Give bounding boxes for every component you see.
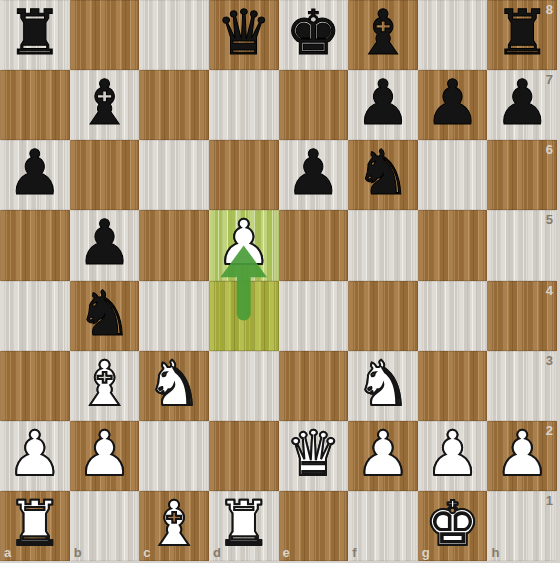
- square-b7[interactable]: ♝: [70, 70, 140, 140]
- piece-black-pawn-e6[interactable]: ♟: [286, 142, 342, 204]
- square-a2[interactable]: ♟: [0, 421, 70, 491]
- piece-black-king-e8[interactable]: ♚: [286, 2, 342, 64]
- piece-white-pawn-b2[interactable]: ♟: [77, 423, 133, 485]
- square-e1[interactable]: e: [279, 491, 349, 561]
- rank-label-1: 1: [546, 493, 553, 508]
- square-d4[interactable]: [209, 281, 279, 351]
- square-h7[interactable]: 7♟: [487, 70, 557, 140]
- square-f6[interactable]: ♞: [348, 140, 418, 210]
- square-a6[interactable]: ♟: [0, 140, 70, 210]
- square-c2[interactable]: [139, 421, 209, 491]
- square-a5[interactable]: [0, 210, 70, 280]
- rank-label-3: 3: [546, 353, 553, 368]
- square-b2[interactable]: ♟: [70, 421, 140, 491]
- square-b8[interactable]: [70, 0, 140, 70]
- rank-label-6: 6: [546, 142, 553, 157]
- square-b3[interactable]: ♝: [70, 351, 140, 421]
- piece-black-pawn-a6[interactable]: ♟: [7, 142, 63, 204]
- square-a3[interactable]: [0, 351, 70, 421]
- square-e6[interactable]: ♟: [279, 140, 349, 210]
- square-f3[interactable]: ♞: [348, 351, 418, 421]
- square-c1[interactable]: c♝: [139, 491, 209, 561]
- square-b1[interactable]: b: [70, 491, 140, 561]
- piece-black-pawn-g7[interactable]: ♟: [425, 72, 481, 134]
- square-e7[interactable]: [279, 70, 349, 140]
- square-b6[interactable]: [70, 140, 140, 210]
- square-g7[interactable]: ♟: [418, 70, 488, 140]
- square-h3[interactable]: 3: [487, 351, 557, 421]
- square-f8[interactable]: ♝: [348, 0, 418, 70]
- square-f1[interactable]: f: [348, 491, 418, 561]
- piece-white-bishop-b3[interactable]: ♝: [77, 353, 133, 415]
- square-f7[interactable]: ♟: [348, 70, 418, 140]
- square-a8[interactable]: ♜: [0, 0, 70, 70]
- square-h6[interactable]: 6: [487, 140, 557, 210]
- piece-black-pawn-h7[interactable]: ♟: [494, 72, 550, 134]
- piece-white-king-g1[interactable]: ♚: [425, 493, 481, 555]
- square-h8[interactable]: 8♜: [487, 0, 557, 70]
- piece-white-pawn-a2[interactable]: ♟: [7, 423, 63, 485]
- square-h2[interactable]: 2♟: [487, 421, 557, 491]
- square-c6[interactable]: [139, 140, 209, 210]
- piece-black-knight-b4[interactable]: ♞: [77, 283, 133, 345]
- square-g3[interactable]: [418, 351, 488, 421]
- file-label-a: a: [4, 545, 11, 560]
- square-e2[interactable]: ♛: [279, 421, 349, 491]
- rank-label-2: 2: [546, 423, 553, 438]
- piece-black-pawn-f7[interactable]: ♟: [355, 72, 411, 134]
- square-d5[interactable]: ♟: [209, 210, 279, 280]
- piece-white-pawn-f2[interactable]: ♟: [355, 423, 411, 485]
- piece-black-rook-a8[interactable]: ♜: [7, 2, 63, 64]
- square-c7[interactable]: [139, 70, 209, 140]
- rank-label-5: 5: [546, 212, 553, 227]
- piece-black-pawn-b5[interactable]: ♟: [77, 212, 133, 274]
- square-f2[interactable]: ♟: [348, 421, 418, 491]
- square-e3[interactable]: [279, 351, 349, 421]
- file-label-e: e: [283, 545, 290, 560]
- piece-white-pawn-g2[interactable]: ♟: [425, 423, 481, 485]
- square-g8[interactable]: [418, 0, 488, 70]
- square-g6[interactable]: [418, 140, 488, 210]
- square-h1[interactable]: 1h: [487, 491, 557, 561]
- square-d7[interactable]: [209, 70, 279, 140]
- square-g2[interactable]: ♟: [418, 421, 488, 491]
- square-e5[interactable]: [279, 210, 349, 280]
- square-c4[interactable]: [139, 281, 209, 351]
- square-e4[interactable]: [279, 281, 349, 351]
- file-label-c: c: [143, 545, 150, 560]
- square-d6[interactable]: [209, 140, 279, 210]
- file-label-h: h: [491, 545, 499, 560]
- piece-white-rook-a1[interactable]: ♜: [7, 493, 63, 555]
- square-c3[interactable]: ♞: [139, 351, 209, 421]
- rank-label-8: 8: [546, 2, 553, 17]
- piece-black-bishop-f8[interactable]: ♝: [355, 2, 411, 64]
- piece-white-bishop-c1[interactable]: ♝: [146, 493, 202, 555]
- square-b4[interactable]: ♞: [70, 281, 140, 351]
- chess-board: ♜♛♚♝8♜♝♟♟7♟♟♟♞6♟♟5♞4♝♞♞3♟♟♛♟♟2♟a♜bc♝d♜ef…: [0, 0, 557, 561]
- piece-black-queen-d8[interactable]: ♛: [216, 2, 272, 64]
- piece-black-bishop-b7[interactable]: ♝: [77, 72, 133, 134]
- square-g4[interactable]: [418, 281, 488, 351]
- piece-white-pawn-d5[interactable]: ♟: [216, 212, 272, 274]
- square-c8[interactable]: [139, 0, 209, 70]
- file-label-b: b: [74, 545, 82, 560]
- piece-black-rook-h8[interactable]: ♜: [494, 2, 550, 64]
- file-label-d: d: [213, 545, 221, 560]
- square-c5[interactable]: [139, 210, 209, 280]
- square-f4[interactable]: [348, 281, 418, 351]
- square-g1[interactable]: g♚: [418, 491, 488, 561]
- square-d1[interactable]: d♜: [209, 491, 279, 561]
- board-frame: ♜♛♚♝8♜♝♟♟7♟♟♟♞6♟♟5♞4♝♞♞3♟♟♛♟♟2♟a♜bc♝d♜ef…: [0, 0, 560, 563]
- square-e8[interactable]: ♚: [279, 0, 349, 70]
- rank-label-4: 4: [546, 283, 553, 298]
- piece-black-knight-f6[interactable]: ♞: [355, 142, 411, 204]
- square-h4[interactable]: 4: [487, 281, 557, 351]
- piece-white-pawn-h2[interactable]: ♟: [494, 423, 550, 485]
- square-b5[interactable]: ♟: [70, 210, 140, 280]
- square-f5[interactable]: [348, 210, 418, 280]
- piece-white-queen-e2[interactable]: ♛: [286, 423, 342, 485]
- file-label-g: g: [422, 545, 430, 560]
- square-g5[interactable]: [418, 210, 488, 280]
- square-d8[interactable]: ♛: [209, 0, 279, 70]
- square-a1[interactable]: a♜: [0, 491, 70, 561]
- square-d2[interactable]: [209, 421, 279, 491]
- rank-label-7: 7: [546, 72, 553, 87]
- file-label-f: f: [352, 545, 356, 560]
- piece-white-rook-d1[interactable]: ♜: [216, 493, 272, 555]
- piece-white-knight-f3[interactable]: ♞: [355, 353, 411, 415]
- square-d3[interactable]: [209, 351, 279, 421]
- square-h5[interactable]: 5: [487, 210, 557, 280]
- piece-white-knight-c3[interactable]: ♞: [146, 353, 202, 415]
- square-a7[interactable]: [0, 70, 70, 140]
- square-a4[interactable]: [0, 281, 70, 351]
